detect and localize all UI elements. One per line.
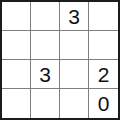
cell-r3c3[interactable] [60,60,89,89]
cell-r3c1[interactable] [2,60,31,89]
clue-number: 3 [68,6,80,27]
clue-number: 3 [39,64,51,85]
cell-r1c4[interactable] [89,2,118,31]
clue-number: 2 [98,64,110,85]
cell-r3c4[interactable]: 2 [89,60,118,89]
cell-r2c1[interactable] [2,31,31,60]
cell-r1c1[interactable] [2,2,31,31]
cell-r4c2[interactable] [31,89,60,118]
cell-r1c3[interactable]: 3 [60,2,89,31]
cell-r4c4[interactable]: 0 [89,89,118,118]
cell-r4c1[interactable] [2,89,31,118]
cell-r2c4[interactable] [89,31,118,60]
clue-number: 0 [98,93,110,114]
slitherlink-board: 3320 [0,0,120,120]
cell-r1c2[interactable] [31,2,60,31]
cell-r2c2[interactable] [31,31,60,60]
cell-r3c2[interactable]: 3 [31,60,60,89]
cell-r4c3[interactable] [60,89,89,118]
cell-r2c3[interactable] [60,31,89,60]
